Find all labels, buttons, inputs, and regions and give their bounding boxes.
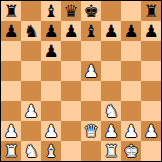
square-g4[interactable] [121, 81, 141, 101]
black-rook-a8: ♜ [3, 1, 18, 21]
black-bishop-e7: ♝ [83, 21, 98, 41]
square-d3[interactable] [61, 101, 81, 121]
white-rook-a1: ♜ [3, 141, 18, 161]
square-b3[interactable]: ♟ [21, 101, 41, 121]
square-h8[interactable]: ♜ [141, 1, 161, 21]
square-d2[interactable] [61, 121, 81, 141]
chess-board-grid: ♜♝♛♚♜♟♞♟♟♝♟♟♟♟♟♟♞♟♟♛♟♟♟♜♞♝♜♚ [1, 1, 161, 161]
square-e8[interactable]: ♚ [81, 1, 101, 21]
square-a6[interactable] [1, 41, 21, 61]
white-king-g1: ♚ [123, 141, 138, 161]
square-f3[interactable]: ♞ [101, 101, 121, 121]
square-c2[interactable]: ♟ [41, 121, 61, 141]
square-g3[interactable] [121, 101, 141, 121]
square-a2[interactable]: ♟ [1, 121, 21, 141]
square-a8[interactable]: ♜ [1, 1, 21, 21]
square-b5[interactable] [21, 61, 41, 81]
square-d1[interactable] [61, 141, 81, 161]
square-h1[interactable] [141, 141, 161, 161]
square-b8[interactable] [21, 1, 41, 21]
square-a3[interactable] [1, 101, 21, 121]
black-pawn-c7: ♟ [43, 21, 58, 41]
square-d8[interactable]: ♛ [61, 1, 81, 21]
square-c8[interactable]: ♝ [41, 1, 61, 21]
black-pawn-g7: ♟ [123, 21, 138, 41]
square-d5[interactable] [61, 61, 81, 81]
square-e6[interactable] [81, 41, 101, 61]
square-b1[interactable]: ♞ [21, 141, 41, 161]
square-a7[interactable]: ♟ [1, 21, 21, 41]
square-b6[interactable] [21, 41, 41, 61]
white-pawn-g2: ♟ [123, 121, 138, 141]
square-c4[interactable] [41, 81, 61, 101]
square-h2[interactable]: ♟ [141, 121, 161, 141]
white-rook-f1: ♜ [103, 141, 118, 161]
square-d7[interactable]: ♟ [61, 21, 81, 41]
black-pawn-d7: ♟ [63, 21, 78, 41]
square-c6[interactable]: ♟ [41, 41, 61, 61]
white-pawn-e5: ♟ [83, 61, 98, 81]
white-knight-b1: ♞ [23, 141, 38, 161]
square-f1[interactable]: ♜ [101, 141, 121, 161]
square-e5[interactable]: ♟ [81, 61, 101, 81]
white-queen-e2: ♛ [83, 121, 98, 141]
square-b4[interactable] [21, 81, 41, 101]
square-g5[interactable] [121, 61, 141, 81]
square-b7[interactable]: ♞ [21, 21, 41, 41]
square-a1[interactable]: ♜ [1, 141, 21, 161]
square-c5[interactable] [41, 61, 61, 81]
square-g8[interactable] [121, 1, 141, 21]
square-e7[interactable]: ♝ [81, 21, 101, 41]
square-h5[interactable] [141, 61, 161, 81]
square-g6[interactable] [121, 41, 141, 61]
square-c7[interactable]: ♟ [41, 21, 61, 41]
black-knight-b7: ♞ [23, 21, 38, 41]
square-f2[interactable]: ♟ [101, 121, 121, 141]
white-pawn-c2: ♟ [43, 121, 58, 141]
chess-board: ♜♝♛♚♜♟♞♟♟♝♟♟♟♟♟♟♞♟♟♛♟♟♟♜♞♝♜♚ [0, 0, 162, 162]
square-c3[interactable] [41, 101, 61, 121]
square-g7[interactable]: ♟ [121, 21, 141, 41]
square-h4[interactable] [141, 81, 161, 101]
square-g1[interactable]: ♚ [121, 141, 141, 161]
black-pawn-a7: ♟ [3, 21, 18, 41]
black-rook-h8: ♜ [143, 1, 158, 21]
square-h6[interactable] [141, 41, 161, 61]
white-bishop-c1: ♝ [43, 141, 58, 161]
square-e1[interactable] [81, 141, 101, 161]
square-c1[interactable]: ♝ [41, 141, 61, 161]
square-h3[interactable] [141, 101, 161, 121]
square-a5[interactable] [1, 61, 21, 81]
black-pawn-c6: ♟ [43, 41, 58, 61]
square-f4[interactable] [101, 81, 121, 101]
square-d4[interactable] [61, 81, 81, 101]
black-bishop-c8: ♝ [43, 1, 58, 21]
square-f8[interactable] [101, 1, 121, 21]
square-a4[interactable] [1, 81, 21, 101]
square-f7[interactable]: ♟ [101, 21, 121, 41]
black-pawn-f7: ♟ [103, 21, 118, 41]
square-g2[interactable]: ♟ [121, 121, 141, 141]
square-e2[interactable]: ♛ [81, 121, 101, 141]
white-pawn-h2: ♟ [143, 121, 158, 141]
white-pawn-b3: ♟ [23, 101, 38, 121]
square-e4[interactable] [81, 81, 101, 101]
square-b2[interactable] [21, 121, 41, 141]
black-king-e8: ♚ [83, 1, 98, 21]
black-queen-d8: ♛ [63, 1, 78, 21]
square-h7[interactable]: ♟ [141, 21, 161, 41]
white-pawn-f2: ♟ [103, 121, 118, 141]
square-e3[interactable] [81, 101, 101, 121]
square-f6[interactable] [101, 41, 121, 61]
white-pawn-a2: ♟ [3, 121, 18, 141]
white-knight-f3: ♞ [103, 101, 118, 121]
square-f5[interactable] [101, 61, 121, 81]
square-d6[interactable] [61, 41, 81, 61]
black-pawn-h7: ♟ [143, 21, 158, 41]
